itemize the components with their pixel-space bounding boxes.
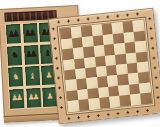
tray-compartment: ♞ (8, 67, 23, 87)
stored-piece-glyph: ♝ (31, 72, 34, 80)
stored-piece-glyph: ♟♟ (10, 30, 18, 38)
board-margin (57, 17, 156, 116)
stored-piece-glyph: ♟♟ (26, 29, 34, 37)
stored-piece-glyph: ♞ (14, 73, 17, 81)
tray-compartment: ♟♟ (26, 88, 41, 108)
tray-compartment: ♝ (25, 66, 40, 86)
stored-piece-glyph: ♝ (46, 50, 49, 58)
stored-piece-glyph: ♟♟ (13, 94, 21, 102)
tray-compartment: ♟♟ (24, 45, 39, 65)
tray-compartment: ♟♟ (9, 88, 24, 108)
chess-board-lid (48, 8, 160, 124)
tray-compartment: ♟♟ (6, 24, 21, 44)
chess-set-photo: ♟♟♟♟♟♟♟♞♟♟♝♞♝♟♟♟♟♟♟ (0, 0, 160, 127)
stored-piece-glyph: ♟♟ (29, 93, 37, 101)
board-grid (60, 20, 152, 112)
stored-piece-glyph: ♟♟ (27, 50, 35, 58)
tray-compartment: ♞ (7, 46, 22, 66)
tray-compartment: ♟♟ (22, 23, 37, 43)
stored-piece-glyph: ♞ (13, 51, 16, 59)
board-square (140, 93, 151, 104)
stored-piece-glyph: ♟ (48, 93, 51, 101)
stored-piece-glyph: ♟ (47, 71, 50, 79)
